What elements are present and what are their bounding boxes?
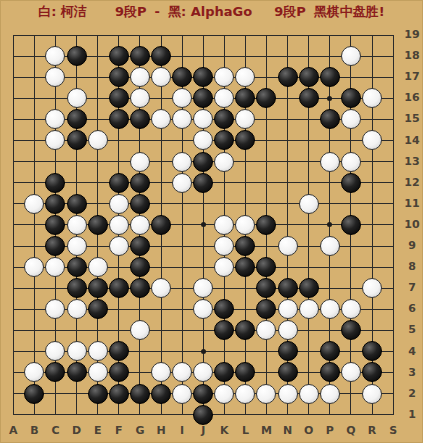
white-stone-R14 [362,130,382,150]
col-label-G: G [130,424,150,437]
black-stone-O16 [299,88,319,108]
white-stone-J6 [193,299,213,319]
white-stone-K17 [214,67,234,87]
black-stone-C9 [45,236,65,256]
white-stone-M5 [256,320,276,340]
white-stone-C6 [45,299,65,319]
black-stone-E7 [88,278,108,298]
white-stone-P2 [320,384,340,404]
white-stone-F11 [109,194,129,214]
black-stone-D7 [67,278,87,298]
black-stone-G8 [130,257,150,277]
black-stone-P17 [320,67,340,87]
white-stone-C17 [45,67,65,87]
white-stone-D9 [67,236,87,256]
white-stone-N2 [278,384,298,404]
black-stone-P3 [320,362,340,382]
black-stone-J13 [193,152,213,172]
white-stone-J15 [193,109,213,129]
row-label-6: 6 [401,302,423,315]
row-label-2: 2 [401,387,423,400]
black-stone-C11 [45,194,65,214]
black-stone-D3 [67,362,87,382]
black-stone-E10 [88,215,108,235]
row-label-7: 7 [401,281,423,294]
black-stone-J1 [193,405,213,425]
black-stone-G9 [130,236,150,256]
black-stone-H10 [151,215,171,235]
white-stone-C18 [45,46,65,66]
white-stone-D4 [67,341,87,361]
col-label-F: F [109,424,129,437]
col-label-J: J [193,424,213,437]
row-label-19: 19 [401,28,423,41]
white-stone-Q18 [341,46,361,66]
white-stone-H17 [151,67,171,87]
white-stone-I3 [172,362,192,382]
black-stone-K3 [214,362,234,382]
black-stone-Q16 [341,88,361,108]
white-stone-G10 [130,215,150,235]
black-stone-N7 [278,278,298,298]
white-stone-B11 [24,194,44,214]
black-stone-D18 [67,46,87,66]
black-stone-K14 [214,130,234,150]
black-stone-C10 [45,215,65,235]
white-stone-J3 [193,362,213,382]
black-stone-M16 [256,88,276,108]
black-stone-N17 [278,67,298,87]
row-label-10: 10 [401,218,423,231]
white-stone-C8 [45,257,65,277]
col-label-P: P [320,424,340,437]
black-stone-N4 [278,341,298,361]
row-label-13: 13 [401,155,423,168]
white-stone-I15 [172,109,192,129]
white-stone-K9 [214,236,234,256]
black-stone-O17 [299,67,319,87]
white-stone-I16 [172,88,192,108]
black-stone-F3 [109,362,129,382]
white-stone-R7 [362,278,382,298]
white-stone-J7 [193,278,213,298]
row-label-4: 4 [401,345,423,358]
black-stone-H18 [151,46,171,66]
black-stone-F16 [109,88,129,108]
white-stone-L2 [235,384,255,404]
white-stone-C15 [45,109,65,129]
row-label-17: 17 [401,70,423,83]
col-label-E: E [88,424,108,437]
black-stone-M7 [256,278,276,298]
black-stone-G18 [130,46,150,66]
white-stone-O6 [299,299,319,319]
black-stone-E6 [88,299,108,319]
white-stone-C14 [45,130,65,150]
col-label-B: B [24,424,44,437]
black-stone-G11 [130,194,150,214]
white-stone-E14 [88,130,108,150]
white-stone-K13 [214,152,234,172]
row-label-5: 5 [401,323,423,336]
white-stone-N6 [278,299,298,319]
black-stone-L14 [235,130,255,150]
white-stone-Q13 [341,152,361,172]
row-label-11: 11 [401,197,423,210]
white-stone-H7 [151,278,171,298]
white-stone-P9 [320,236,340,256]
row-label-14: 14 [401,134,423,147]
white-stone-F9 [109,236,129,256]
black-stone-F7 [109,278,129,298]
white-stone-B3 [24,362,44,382]
white-stone-D6 [67,299,87,319]
black-stone-F12 [109,173,129,193]
white-stone-Q6 [341,299,361,319]
black-stone-D14 [67,130,87,150]
white-stone-G16 [130,88,150,108]
col-label-A: A [3,424,23,437]
black-stone-E2 [88,384,108,404]
black-stone-C3 [45,362,65,382]
col-label-N: N [278,424,298,437]
black-stone-F18 [109,46,129,66]
black-stone-L5 [235,320,255,340]
col-label-R: R [362,424,382,437]
white-stone-Q3 [341,362,361,382]
white-stone-I12 [172,173,192,193]
white-stone-K8 [214,257,234,277]
black-stone-L3 [235,362,255,382]
col-label-M: M [257,424,277,437]
black-stone-L8 [235,257,255,277]
white-stone-D10 [67,215,87,235]
col-label-O: O [299,424,319,437]
col-label-K: K [214,424,234,437]
black-stone-D15 [67,109,87,129]
row-label-16: 16 [401,91,423,104]
white-stone-G13 [130,152,150,172]
black-stone-Q12 [341,173,361,193]
white-stone-H3 [151,362,171,382]
white-stone-H15 [151,109,171,129]
white-stone-P13 [320,152,340,172]
black-stone-M8 [256,257,276,277]
black-stone-D11 [67,194,87,214]
black-stone-G12 [130,173,150,193]
white-stone-R2 [362,384,382,404]
white-stone-E3 [88,362,108,382]
black-stone-C12 [45,173,65,193]
white-stone-K16 [214,88,234,108]
white-stone-O11 [299,194,319,214]
white-stone-K10 [214,215,234,235]
black-stone-J17 [193,67,213,87]
black-stone-F15 [109,109,129,129]
col-label-H: H [151,424,171,437]
go-game-viewer: 白: 柯洁9段P-黑: AlphaGo9段P黑棋中盘胜! ABCDEFGHIJK… [0,0,423,443]
white-stone-Q15 [341,109,361,129]
black-stone-I17 [172,67,192,87]
black-stone-L16 [235,88,255,108]
white-stone-N5 [278,320,298,340]
white-stone-J14 [193,130,213,150]
black-stone-R3 [362,362,382,382]
white-stone-E4 [88,341,108,361]
white-stone-G5 [130,320,150,340]
black-stone-N3 [278,362,298,382]
white-stone-D16 [67,88,87,108]
white-stone-L10 [235,215,255,235]
white-stone-C4 [45,341,65,361]
white-stone-R16 [362,88,382,108]
black-stone-F2 [109,384,129,404]
col-label-Q: Q [341,424,361,437]
black-stone-M6 [256,299,276,319]
black-stone-M10 [256,215,276,235]
white-stone-B8 [24,257,44,277]
black-stone-R4 [362,341,382,361]
white-stone-G17 [130,67,150,87]
row-label-9: 9 [401,239,423,252]
black-stone-K5 [214,320,234,340]
black-stone-B2 [24,384,44,404]
row-label-8: 8 [401,260,423,273]
black-stone-G15 [130,109,150,129]
black-stone-O7 [299,278,319,298]
black-stone-K6 [214,299,234,319]
black-stone-H2 [151,384,171,404]
black-stone-Q5 [341,320,361,340]
white-stone-I2 [172,384,192,404]
col-label-I: I [172,424,192,437]
black-stone-L9 [235,236,255,256]
row-label-1: 1 [401,408,423,421]
black-stone-Q10 [341,215,361,235]
white-stone-M2 [256,384,276,404]
col-label-C: C [46,424,66,437]
row-label-18: 18 [401,49,423,62]
white-stone-L15 [235,109,255,129]
white-stone-K2 [214,384,234,404]
black-stone-J16 [193,88,213,108]
black-stone-J2 [193,384,213,404]
black-stone-J12 [193,173,213,193]
black-stone-F17 [109,67,129,87]
row-label-15: 15 [401,112,423,125]
white-stone-E8 [88,257,108,277]
white-stone-L17 [235,67,255,87]
black-stone-G2 [130,384,150,404]
white-stone-O2 [299,384,319,404]
black-stone-P4 [320,341,340,361]
col-label-S: S [383,424,403,437]
black-stone-G7 [130,278,150,298]
stones-layer [3,24,404,425]
white-stone-F10 [109,215,129,235]
white-stone-I13 [172,152,192,172]
go-board: ABCDEFGHIJKLMNOPQRS 19181716151413121110… [0,0,423,443]
black-stone-K15 [214,109,234,129]
col-label-D: D [67,424,87,437]
black-stone-P15 [320,109,340,129]
row-label-12: 12 [401,176,423,189]
white-stone-N9 [278,236,298,256]
col-label-L: L [235,424,255,437]
white-stone-P6 [320,299,340,319]
row-label-3: 3 [401,366,423,379]
black-stone-D8 [67,257,87,277]
black-stone-F4 [109,341,129,361]
